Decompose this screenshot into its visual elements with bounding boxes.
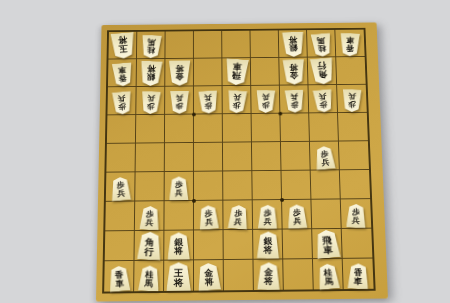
shogi-piece-gote-king[interactable]: 玉将	[110, 32, 136, 60]
board-cell: 桂馬	[313, 259, 344, 290]
piece-kanji: 将	[263, 246, 272, 255]
piece-kanji: 飛	[231, 71, 241, 80]
shogi-piece-sente-pawn[interactable]: 歩兵	[227, 205, 248, 230]
board-cell	[224, 230, 254, 260]
board-cell	[223, 171, 253, 200]
piece-kanji: 兵	[204, 218, 212, 226]
piece-kanji: 歩	[348, 100, 356, 108]
board-cell: 歩兵	[308, 85, 338, 113]
piece-shadow: 歩兵	[107, 87, 135, 114]
board-cell: 金将	[194, 260, 224, 291]
piece-shadow: 銀将	[253, 230, 282, 259]
shogi-piece-sente-pawn[interactable]: 歩兵	[313, 145, 335, 170]
piece-shadow: 香車	[108, 59, 136, 86]
piece-kanji: 車	[346, 36, 354, 44]
board-cell	[281, 142, 311, 171]
board-cell	[194, 143, 223, 172]
board-cell: 桂馬	[137, 32, 166, 60]
board-cell	[280, 113, 310, 142]
board-cell: 銀将	[253, 230, 283, 260]
piece-kanji: 金	[289, 71, 298, 80]
piece-shadow: 玉将	[108, 32, 136, 59]
board-cell: 角行	[134, 231, 164, 261]
shogi-piece-sente-gold[interactable]: 金将	[256, 262, 279, 290]
piece-kanji: 兵	[117, 94, 125, 102]
shogi-piece-gote-pawn[interactable]: 歩兵	[226, 90, 247, 114]
board-cell: 歩兵	[194, 201, 224, 231]
piece-shadow: 歩兵	[251, 86, 279, 113]
piece-kanji: 馬	[324, 277, 333, 286]
board-cell: 歩兵	[282, 200, 312, 230]
piece-shadow: 歩兵	[194, 201, 223, 230]
piece-shadow: 金将	[279, 58, 307, 85]
board-cell	[194, 171, 223, 200]
piece-shadow: 金将	[165, 59, 193, 86]
board-cell: 歩兵	[223, 86, 252, 114]
board-cell: 銀将	[279, 30, 308, 58]
piece-kanji: 行	[316, 61, 326, 70]
hoshi-dot-icon	[192, 113, 196, 117]
piece-kanji: 将	[175, 64, 184, 72]
board-cell: 歩兵	[223, 200, 253, 230]
piece-kanji: 歩	[290, 100, 298, 108]
board-cell: 歩兵	[107, 87, 136, 115]
shogi-piece-gote-pawn[interactable]: 歩兵	[256, 90, 275, 113]
shogi-piece-gote-pawn[interactable]: 歩兵	[342, 89, 362, 112]
piece-kanji: 兵	[116, 189, 124, 197]
piece-kanji: 兵	[352, 217, 360, 225]
piece-shadow: 歩兵	[282, 200, 311, 229]
piece-kanji: 兵	[318, 92, 326, 100]
shogi-piece-sente-pawn[interactable]: 歩兵	[198, 205, 219, 230]
board-cell	[311, 170, 341, 199]
board-cell: 香車	[335, 30, 364, 58]
hoshi-dot-icon	[192, 199, 196, 203]
shogi-piece-gote-pawn[interactable]: 歩兵	[169, 91, 188, 114]
board-cell	[251, 58, 280, 86]
board-cell	[342, 229, 373, 259]
board-cell	[223, 142, 252, 171]
piece-kanji: 馬	[147, 38, 156, 46]
piece-shadow: 飛車	[312, 229, 341, 258]
shogi-piece-sente-lance[interactable]: 香車	[108, 265, 131, 292]
board-cell	[283, 229, 313, 259]
board-cell	[136, 115, 165, 144]
board-cell	[338, 113, 368, 142]
hoshi-dot-icon	[280, 198, 284, 202]
shogi-piece-gote-pawn[interactable]: 歩兵	[312, 89, 334, 113]
board-cell: 歩兵	[280, 85, 309, 113]
board-cell: 銀将	[164, 230, 194, 260]
board-cell	[194, 114, 223, 143]
piece-shadow: 歩兵	[194, 86, 222, 113]
shogi-piece-gote-pawn[interactable]: 歩兵	[198, 90, 219, 114]
piece-kanji: 車	[354, 277, 363, 286]
piece-shadow: 歩兵	[223, 200, 252, 229]
shogi-piece-sente-knight[interactable]: 桂馬	[137, 265, 160, 291]
board-cell: 香車	[343, 259, 374, 290]
board-cell: 金将	[253, 259, 283, 290]
board-cell	[223, 114, 252, 143]
board-cell: 金将	[165, 59, 194, 87]
piece-kanji: 角	[317, 70, 327, 79]
piece-shadow: 歩兵	[106, 172, 135, 201]
board-cell: 歩兵	[165, 172, 194, 201]
piece-kanji: 将	[174, 247, 183, 256]
shogi-piece-sente-king[interactable]: 王将	[166, 262, 191, 291]
board-cell	[252, 142, 282, 171]
shogi-piece-sente-silver[interactable]: 銀将	[256, 231, 279, 258]
board-cell: 銀将	[137, 59, 166, 87]
board-cell	[164, 201, 194, 231]
piece-shadow: 銀将	[279, 30, 307, 57]
piece-shadow: 銀将	[137, 59, 165, 86]
piece-shadow: 桂馬	[313, 259, 343, 290]
piece-kanji: 将	[146, 64, 155, 73]
piece-kanji: 兵	[233, 218, 241, 226]
piece-kanji: 歩	[175, 101, 183, 108]
shogi-piece-sente-silver[interactable]: 銀将	[167, 232, 190, 259]
piece-shadow: 角行	[308, 57, 336, 84]
board-cell	[194, 31, 222, 59]
shogi-piece-gote-knight[interactable]: 桂馬	[310, 33, 332, 58]
piece-kanji: 歩	[146, 102, 154, 110]
shogi-piece-gote-silver[interactable]: 銀将	[139, 60, 163, 86]
piece-kanji: 兵	[145, 219, 153, 227]
board-cell	[336, 57, 366, 85]
piece-kanji: 行	[144, 247, 154, 257]
piece-kanji: 桂	[146, 46, 155, 54]
shogi-piece-sente-pawn[interactable]: 歩兵	[169, 176, 189, 200]
shogi-piece-gote-bishop[interactable]: 角行	[309, 57, 335, 85]
board-cell	[250, 30, 279, 58]
board-cell: 歩兵	[341, 199, 371, 229]
board-cell: 歩兵	[310, 141, 340, 170]
board-cell: 桂馬	[134, 261, 164, 292]
board-cell: 飛車	[222, 58, 251, 86]
piece-kanji: 兵	[175, 94, 183, 101]
hoshi-dot-icon	[278, 112, 282, 116]
board-cell	[165, 114, 194, 143]
piece-shadow: 王将	[164, 260, 193, 291]
piece-shadow: 金将	[253, 259, 282, 290]
piece-kanji: 兵	[261, 93, 269, 101]
piece-kanji: 車	[115, 279, 124, 288]
board-cell: 金将	[279, 58, 308, 86]
shogi-piece-gote-lance[interactable]: 香車	[340, 33, 360, 57]
piece-kanji: 歩	[261, 101, 269, 109]
piece-shadow: 歩兵	[337, 85, 367, 112]
piece-kanji: 兵	[147, 94, 155, 102]
board-cell	[252, 114, 281, 143]
board-cell	[105, 231, 135, 261]
piece-shadow: 香車	[343, 259, 374, 290]
piece-kanji: 馬	[316, 36, 325, 44]
piece-kanji: 将	[204, 277, 213, 287]
piece-shadow: 歩兵	[136, 87, 164, 114]
piece-shadow: 歩兵	[135, 201, 164, 230]
shogi-piece-sente-pawn[interactable]: 歩兵	[110, 176, 131, 201]
piece-shadow: 歩兵	[280, 85, 308, 112]
piece-shadow: 金将	[194, 260, 223, 291]
board-cell	[283, 259, 314, 290]
piece-shadow: 桂馬	[137, 32, 165, 59]
board-cell	[339, 141, 369, 170]
shogi-piece-gote-rook[interactable]: 飛車	[224, 58, 249, 85]
board-cell: 歩兵	[337, 85, 367, 113]
photo-background: 玉将桂馬銀将桂馬香車香車銀将金将飛車金将角行歩兵歩兵歩兵歩兵歩兵歩兵歩兵歩兵歩兵…	[0, 0, 450, 303]
piece-shadow: 歩兵	[253, 200, 282, 229]
board-cell	[311, 199, 341, 229]
board-cell: 歩兵	[253, 200, 283, 230]
board-cell: 飛車	[312, 229, 343, 259]
piece-kanji: 兵	[203, 94, 211, 102]
piece-kanji: 馬	[144, 279, 153, 288]
piece-kanji: 兵	[293, 217, 301, 225]
board-cell: 香車	[108, 59, 137, 87]
board-cell: 歩兵	[165, 86, 194, 114]
board-cell	[224, 260, 254, 291]
piece-shadow: 歩兵	[223, 86, 251, 113]
board-cell: 歩兵	[251, 86, 280, 114]
piece-kanji: 兵	[348, 92, 356, 100]
piece-kanji: 歩	[319, 100, 327, 108]
piece-kanji: 将	[264, 277, 273, 286]
board-cell	[135, 172, 165, 201]
shogi-piece-sente-knight[interactable]: 桂馬	[316, 263, 340, 290]
shogi-piece-sente-pawn[interactable]: 歩兵	[346, 204, 366, 229]
piece-shadow: 歩兵	[341, 199, 371, 228]
piece-kanji: 金	[175, 72, 184, 80]
board-cell	[165, 143, 194, 172]
piece-shadow: 桂馬	[307, 30, 335, 57]
board-cell: 歩兵	[135, 201, 165, 231]
piece-kanji: 将	[288, 35, 297, 43]
shogi-piece-gote-pawn[interactable]: 歩兵	[140, 91, 161, 114]
piece-kanji: 銀	[288, 43, 297, 51]
board-cell	[105, 201, 135, 231]
piece-kanji: 兵	[290, 93, 298, 101]
board-cell: 歩兵	[106, 172, 136, 201]
piece-kanji: 車	[322, 245, 332, 255]
board-cell	[222, 31, 251, 59]
shogi-piece-sente-lance[interactable]: 香車	[347, 263, 368, 289]
board-cell	[340, 170, 370, 199]
shogi-piece-gote-gold[interactable]: 金将	[168, 60, 190, 85]
shogi-piece-sente-pawn[interactable]: 歩兵	[139, 206, 160, 231]
board-cell	[106, 144, 136, 173]
piece-kanji: 車	[117, 66, 126, 74]
board-cell: 歩兵	[136, 87, 165, 115]
board-cell	[136, 143, 165, 172]
shogi-piece-gote-gold[interactable]: 金将	[282, 59, 305, 85]
shogi-piece-gote-pawn[interactable]: 歩兵	[111, 91, 132, 115]
piece-kanji: 将	[289, 63, 298, 71]
shogi-piece-sente-rook[interactable]: 飛車	[314, 229, 341, 259]
board-cell	[252, 171, 282, 200]
piece-kanji: 歩	[118, 102, 126, 110]
board-cell	[309, 113, 339, 142]
shogi-piece-gote-lance[interactable]: 香車	[111, 62, 133, 87]
piece-shadow: 飛車	[222, 58, 250, 85]
board-cell: 香車	[104, 261, 134, 292]
piece-kanji: 将	[117, 36, 127, 45]
piece-shadow: 桂馬	[134, 261, 163, 292]
piece-kanji: 歩	[232, 101, 240, 109]
piece-kanji: 将	[174, 278, 183, 288]
shogi-board: 玉将桂馬銀将桂馬香車香車銀将金将飛車金将角行歩兵歩兵歩兵歩兵歩兵歩兵歩兵歩兵歩兵…	[96, 22, 388, 301]
shogi-piece-gote-silver[interactable]: 銀将	[281, 32, 304, 58]
board-cell: 玉将	[108, 32, 137, 60]
shogi-piece-sente-bishop[interactable]: 角行	[136, 231, 162, 260]
piece-shadow: 歩兵	[165, 172, 193, 201]
board-cell	[194, 230, 224, 260]
piece-shadow: 歩兵	[308, 85, 337, 112]
board-cell: 歩兵	[194, 86, 223, 114]
piece-kanji: 兵	[175, 189, 183, 197]
piece-kanji: 歩	[204, 101, 212, 109]
board-cell: 角行	[308, 57, 337, 85]
piece-shadow: 香車	[335, 30, 364, 57]
shogi-piece-gote-knight[interactable]: 桂馬	[140, 35, 161, 59]
piece-kanji: 銀	[146, 72, 155, 81]
piece-kanji: 玉	[118, 44, 128, 53]
piece-shadow: 歩兵	[310, 141, 339, 169]
board-cell: 王将	[164, 260, 194, 291]
board-cell	[281, 171, 311, 200]
piece-kanji: 兵	[263, 218, 271, 226]
board-cell	[165, 31, 193, 59]
shogi-piece-sente-pawn[interactable]: 歩兵	[286, 204, 307, 229]
shogi-piece-sente-pawn[interactable]: 歩兵	[257, 205, 277, 229]
board-cell	[107, 115, 136, 144]
board-cell	[194, 58, 223, 86]
piece-kanji: 車	[232, 62, 242, 71]
piece-shadow: 角行	[134, 231, 163, 260]
piece-kanji: 兵	[321, 158, 330, 166]
shogi-piece-sente-gold[interactable]: 金将	[196, 262, 220, 291]
piece-shadow: 香車	[104, 261, 133, 292]
shogi-piece-gote-pawn[interactable]: 歩兵	[284, 90, 304, 113]
board-cell: 桂馬	[307, 30, 336, 58]
piece-shadow: 歩兵	[165, 86, 193, 113]
piece-shadow: 銀将	[164, 230, 193, 259]
piece-kanji: 兵	[233, 93, 241, 101]
board-grid: 玉将桂馬銀将桂馬香車香車銀将金将飛車金将角行歩兵歩兵歩兵歩兵歩兵歩兵歩兵歩兵歩兵…	[102, 28, 376, 294]
